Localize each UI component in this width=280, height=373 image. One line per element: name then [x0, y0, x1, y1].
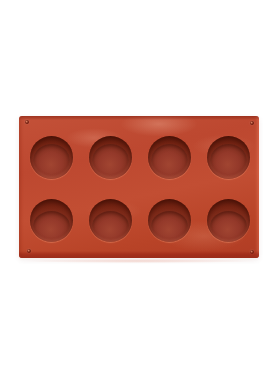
photo-canvas	[0, 0, 280, 373]
cavity-floor	[33, 211, 70, 241]
tray-reflection	[26, 259, 254, 263]
cavity-floor	[33, 144, 70, 177]
cavity-floor	[210, 144, 247, 177]
cavity-grid	[19, 116, 259, 258]
cavity-floor	[92, 144, 129, 177]
cavity-floor	[210, 211, 247, 241]
silicone-mold	[19, 116, 259, 258]
cavity-r1c2	[89, 136, 132, 179]
cavity-r2c4	[207, 199, 250, 242]
cavity-floor	[151, 144, 188, 177]
cavity-r2c3	[148, 199, 191, 242]
cavity-r1c1	[30, 136, 73, 179]
cavity-r1c4	[207, 136, 250, 179]
cavity-r2c1	[30, 199, 73, 242]
cavity-floor	[92, 211, 129, 241]
cavity-r1c3	[148, 136, 191, 179]
cavity-floor	[151, 211, 188, 241]
cavity-r2c2	[89, 199, 132, 242]
